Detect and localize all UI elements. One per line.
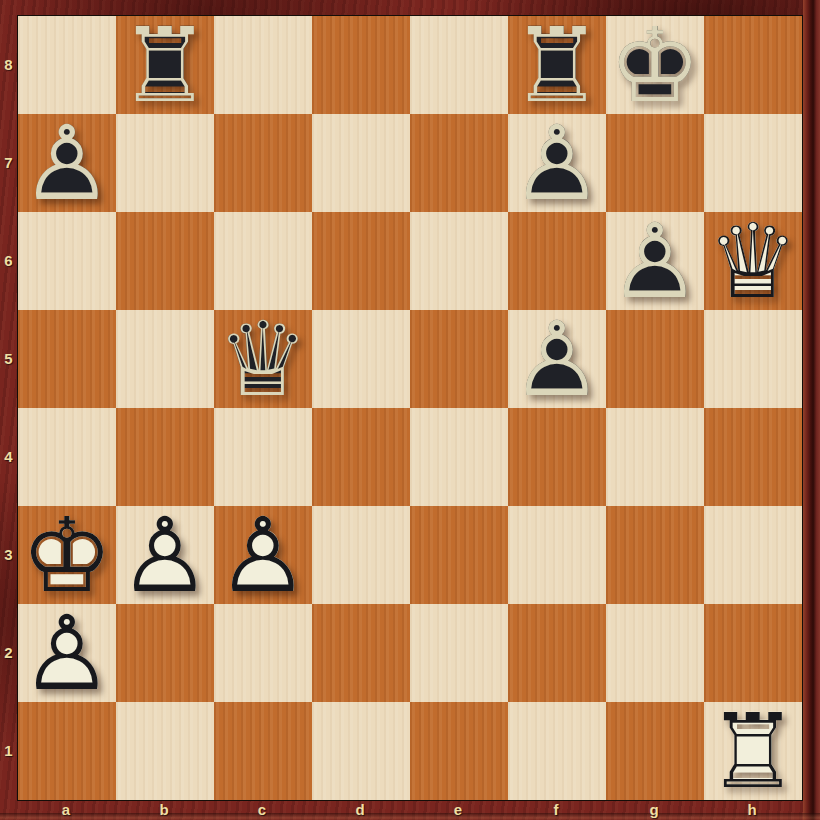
square-c7[interactable] [214, 114, 312, 212]
square-h6[interactable]: ♛♕ [704, 212, 802, 310]
file-label-d: d [311, 800, 409, 818]
rank-label-1: 1 [0, 701, 17, 799]
square-h3[interactable] [704, 506, 802, 604]
square-f2[interactable] [508, 604, 606, 702]
file-label-b: b [115, 800, 213, 818]
piece-black-pawn-f7[interactable]: ♟♙ [508, 114, 606, 212]
piece-black-pawn-f5[interactable]: ♟♙ [508, 310, 606, 408]
square-h8[interactable] [704, 16, 802, 114]
square-h1[interactable]: ♜♖ [704, 702, 802, 800]
square-c1[interactable] [214, 702, 312, 800]
piece-black-pawn-a7[interactable]: ♟♙ [18, 114, 116, 212]
square-d1[interactable] [312, 702, 410, 800]
square-a4[interactable] [18, 408, 116, 506]
square-g4[interactable] [606, 408, 704, 506]
file-label-c: c [213, 800, 311, 818]
piece-glyph-outline: ♖ [508, 16, 606, 114]
square-c4[interactable] [214, 408, 312, 506]
piece-black-pawn-g6[interactable]: ♟♙ [606, 212, 704, 310]
square-f6[interactable] [508, 212, 606, 310]
file-label-g: g [605, 800, 703, 818]
piece-white-queen-h6[interactable]: ♛♕ [704, 212, 802, 310]
square-g8[interactable]: ♚♔ [606, 16, 704, 114]
square-b7[interactable] [116, 114, 214, 212]
file-label-e: e [409, 800, 507, 818]
file-labels: abcdefgh [17, 800, 801, 818]
square-f8[interactable]: ♜♖ [508, 16, 606, 114]
square-a6[interactable] [18, 212, 116, 310]
square-d4[interactable] [312, 408, 410, 506]
square-d3[interactable] [312, 506, 410, 604]
file-label-a: a [17, 800, 115, 818]
square-b8[interactable]: ♜♖ [116, 16, 214, 114]
piece-white-pawn-b3[interactable]: ♟♙ [116, 506, 214, 604]
square-e7[interactable] [410, 114, 508, 212]
piece-white-rook-h1[interactable]: ♜♖ [704, 702, 802, 800]
square-h2[interactable] [704, 604, 802, 702]
square-g3[interactable] [606, 506, 704, 604]
rank-labels: 87654321 [0, 15, 17, 799]
square-b6[interactable] [116, 212, 214, 310]
square-c2[interactable] [214, 604, 312, 702]
square-a1[interactable] [18, 702, 116, 800]
piece-glyph-outline: ♖ [704, 702, 802, 800]
piece-glyph-outline: ♖ [116, 16, 214, 114]
piece-glyph-outline: ♙ [18, 604, 116, 702]
piece-black-rook-b8[interactable]: ♜♖ [116, 16, 214, 114]
piece-white-pawn-a2[interactable]: ♟♙ [18, 604, 116, 702]
square-a2[interactable]: ♟♙ [18, 604, 116, 702]
rank-label-2: 2 [0, 603, 17, 701]
square-d5[interactable] [312, 310, 410, 408]
square-b5[interactable] [116, 310, 214, 408]
square-e5[interactable] [410, 310, 508, 408]
rank-label-6: 6 [0, 211, 17, 309]
piece-glyph-outline: ♙ [116, 506, 214, 604]
piece-glyph-outline: ♔ [18, 506, 116, 604]
square-d7[interactable] [312, 114, 410, 212]
square-b3[interactable]: ♟♙ [116, 506, 214, 604]
square-a3[interactable]: ♚♔ [18, 506, 116, 604]
square-e6[interactable] [410, 212, 508, 310]
rank-label-5: 5 [0, 309, 17, 407]
frame-right-groove [803, 0, 820, 820]
square-d2[interactable] [312, 604, 410, 702]
square-b4[interactable] [116, 408, 214, 506]
piece-black-queen-c5[interactable]: ♛♕ [214, 310, 312, 408]
square-e8[interactable] [410, 16, 508, 114]
piece-glyph-outline: ♙ [508, 310, 606, 408]
square-f3[interactable] [508, 506, 606, 604]
square-b2[interactable] [116, 604, 214, 702]
square-h7[interactable] [704, 114, 802, 212]
chess-board: ♜♖♜♖♚♔♟♙♟♙♟♙♛♕♛♕♟♙♚♔♟♙♟♙♟♙♜♖ [17, 15, 803, 801]
square-e1[interactable] [410, 702, 508, 800]
piece-glyph-outline: ♙ [18, 114, 116, 212]
square-f7[interactable]: ♟♙ [508, 114, 606, 212]
square-e4[interactable] [410, 408, 508, 506]
square-a7[interactable]: ♟♙ [18, 114, 116, 212]
piece-glyph-outline: ♕ [704, 212, 802, 310]
square-f4[interactable] [508, 408, 606, 506]
piece-glyph-outline: ♙ [606, 212, 704, 310]
rank-label-3: 3 [0, 505, 17, 603]
piece-glyph-outline: ♔ [606, 16, 704, 114]
square-d8[interactable] [312, 16, 410, 114]
square-e2[interactable] [410, 604, 508, 702]
rank-label-4: 4 [0, 407, 17, 505]
rank-label-7: 7 [0, 113, 17, 211]
piece-glyph-outline: ♙ [214, 506, 312, 604]
square-a5[interactable] [18, 310, 116, 408]
piece-black-king-g8[interactable]: ♚♔ [606, 16, 704, 114]
square-h4[interactable] [704, 408, 802, 506]
square-c3[interactable]: ♟♙ [214, 506, 312, 604]
file-label-h: h [703, 800, 801, 818]
square-c5[interactable]: ♛♕ [214, 310, 312, 408]
piece-glyph-outline: ♙ [508, 114, 606, 212]
piece-white-king-a3[interactable]: ♚♔ [18, 506, 116, 604]
square-g5[interactable] [606, 310, 704, 408]
square-g6[interactable]: ♟♙ [606, 212, 704, 310]
piece-black-rook-f8[interactable]: ♜♖ [508, 16, 606, 114]
piece-white-pawn-c3[interactable]: ♟♙ [214, 506, 312, 604]
square-d6[interactable] [312, 212, 410, 310]
piece-glyph-outline: ♕ [214, 310, 312, 408]
square-a8[interactable] [18, 16, 116, 114]
rank-label-8: 8 [0, 15, 17, 113]
square-b1[interactable] [116, 702, 214, 800]
square-c6[interactable] [214, 212, 312, 310]
square-g7[interactable] [606, 114, 704, 212]
square-c8[interactable] [214, 16, 312, 114]
square-g1[interactable] [606, 702, 704, 800]
square-e3[interactable] [410, 506, 508, 604]
square-f1[interactable] [508, 702, 606, 800]
file-label-f: f [507, 800, 605, 818]
square-h5[interactable] [704, 310, 802, 408]
square-f5[interactable]: ♟♙ [508, 310, 606, 408]
chess-board-frame: ♜♖♜♖♚♔♟♙♟♙♟♙♛♕♛♕♟♙♚♔♟♙♟♙♟♙♜♖ 87654321 ab… [0, 0, 820, 820]
square-g2[interactable] [606, 604, 704, 702]
